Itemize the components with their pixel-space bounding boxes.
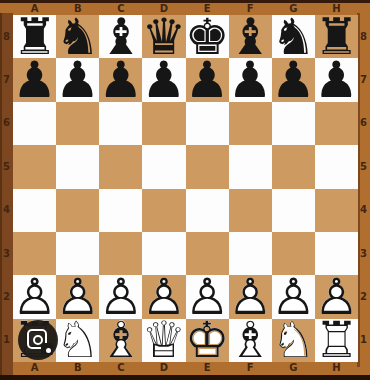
square-g5[interactable] — [272, 145, 315, 188]
square-e2[interactable]: ♟♙ — [186, 275, 229, 318]
rank-labels-left: 87654321 — [0, 15, 13, 362]
rank-label-4: 4 — [0, 189, 13, 232]
square-c6[interactable] — [99, 102, 142, 145]
file-label-f: F — [229, 361, 272, 374]
rank-label-2: 2 — [357, 275, 370, 318]
square-d1[interactable]: ♛♕ — [142, 319, 185, 362]
rank-label-6: 6 — [0, 102, 13, 145]
black-knight: ♞ — [272, 15, 315, 58]
square-g1[interactable]: ♞♘ — [272, 319, 315, 362]
file-label-d: D — [142, 361, 185, 374]
white-queen: ♛♕ — [142, 319, 185, 362]
square-c4[interactable] — [99, 189, 142, 232]
white-pawn: ♟♙ — [186, 275, 229, 318]
square-h8[interactable]: ♜ — [315, 15, 358, 58]
black-pawn: ♟ — [13, 58, 56, 101]
white-rook: ♜♖ — [315, 319, 358, 362]
square-a4[interactable] — [13, 189, 56, 232]
white-knight: ♞♘ — [56, 319, 99, 362]
square-e1[interactable]: ♚♔ — [186, 319, 229, 362]
rank-label-3: 3 — [357, 232, 370, 275]
file-label-e: E — [186, 361, 229, 374]
square-b3[interactable] — [56, 232, 99, 275]
file-label-h: H — [315, 361, 358, 374]
square-h7[interactable]: ♟ — [315, 58, 358, 101]
file-label-c: C — [99, 2, 142, 15]
square-b4[interactable] — [56, 189, 99, 232]
google-lens-button[interactable] — [18, 320, 58, 360]
square-c1[interactable]: ♝♗ — [99, 319, 142, 362]
rank-label-8: 8 — [0, 15, 13, 58]
white-knight: ♞♘ — [272, 319, 315, 362]
square-a2[interactable]: ♟♙ — [13, 275, 56, 318]
chessboard-screenshot: ABCDEFGH ABCDEFGH 87654321 87654321 ♜♞♝♛… — [0, 0, 370, 380]
black-bishop: ♝ — [99, 15, 142, 58]
rank-label-1: 1 — [357, 319, 370, 362]
square-f8[interactable]: ♝ — [229, 15, 272, 58]
file-label-b: B — [56, 361, 99, 374]
square-h5[interactable] — [315, 145, 358, 188]
square-d7[interactable]: ♟ — [142, 58, 185, 101]
white-pawn: ♟♙ — [315, 275, 358, 318]
file-label-a: A — [13, 2, 56, 15]
black-pawn: ♟ — [186, 58, 229, 101]
square-a6[interactable] — [13, 102, 56, 145]
square-e8[interactable]: ♚ — [186, 15, 229, 58]
square-b2[interactable]: ♟♙ — [56, 275, 99, 318]
rank-label-7: 7 — [357, 58, 370, 101]
square-f4[interactable] — [229, 189, 272, 232]
file-label-b: B — [56, 2, 99, 15]
square-c2[interactable]: ♟♙ — [99, 275, 142, 318]
square-c8[interactable]: ♝ — [99, 15, 142, 58]
file-label-f: F — [229, 2, 272, 15]
rank-label-8: 8 — [357, 15, 370, 58]
black-pawn: ♟ — [272, 58, 315, 101]
square-f6[interactable] — [229, 102, 272, 145]
file-labels-top: ABCDEFGH — [13, 2, 358, 15]
file-label-d: D — [142, 2, 185, 15]
file-label-a: A — [13, 361, 56, 374]
rank-label-3: 3 — [0, 232, 13, 275]
square-a7[interactable]: ♟ — [13, 58, 56, 101]
white-king: ♚♔ — [186, 319, 229, 362]
white-pawn: ♟♙ — [142, 275, 185, 318]
square-h3[interactable] — [315, 232, 358, 275]
image-edge-strip-bottom — [0, 375, 370, 380]
rank-label-1: 1 — [0, 319, 13, 362]
square-e6[interactable] — [186, 102, 229, 145]
square-f7[interactable]: ♟ — [229, 58, 272, 101]
square-b1[interactable]: ♞♘ — [56, 319, 99, 362]
white-pawn: ♟♙ — [99, 275, 142, 318]
chess-board: ♜♞♝♛♚♝♞♜♟♟♟♟♟♟♟♟♟♙♟♙♟♙♟♙♟♙♟♙♟♙♟♙♜♖♞♘♝♗♛♕… — [13, 15, 358, 362]
rank-label-4: 4 — [357, 189, 370, 232]
square-g7[interactable]: ♟ — [272, 58, 315, 101]
white-pawn: ♟♙ — [229, 275, 272, 318]
black-knight: ♞ — [56, 15, 99, 58]
square-a5[interactable] — [13, 145, 56, 188]
black-pawn: ♟ — [56, 58, 99, 101]
square-h1[interactable]: ♜♖ — [315, 319, 358, 362]
square-d3[interactable] — [142, 232, 185, 275]
black-pawn: ♟ — [142, 58, 185, 101]
lens-corner-dot-icon — [46, 348, 52, 354]
square-e3[interactable] — [186, 232, 229, 275]
square-e7[interactable]: ♟ — [186, 58, 229, 101]
file-label-h: H — [315, 2, 358, 15]
square-c5[interactable] — [99, 145, 142, 188]
file-labels-bottom: ABCDEFGH — [13, 361, 358, 374]
black-king: ♚ — [186, 15, 229, 58]
white-pawn: ♟♙ — [272, 275, 315, 318]
file-label-g: G — [272, 361, 315, 374]
file-label-e: E — [186, 2, 229, 15]
square-d6[interactable] — [142, 102, 185, 145]
file-label-g: G — [272, 2, 315, 15]
rank-label-6: 6 — [357, 102, 370, 145]
square-g6[interactable] — [272, 102, 315, 145]
white-bishop: ♝♗ — [99, 319, 142, 362]
square-c3[interactable] — [99, 232, 142, 275]
square-d4[interactable] — [142, 189, 185, 232]
square-d2[interactable]: ♟♙ — [142, 275, 185, 318]
black-rook: ♜ — [13, 15, 56, 58]
square-h2[interactable]: ♟♙ — [315, 275, 358, 318]
square-c7[interactable]: ♟ — [99, 58, 142, 101]
square-f1[interactable]: ♝♗ — [229, 319, 272, 362]
square-g8[interactable]: ♞ — [272, 15, 315, 58]
square-e5[interactable] — [186, 145, 229, 188]
square-b6[interactable] — [56, 102, 99, 145]
rank-label-5: 5 — [0, 145, 13, 188]
square-d5[interactable] — [142, 145, 185, 188]
square-h4[interactable] — [315, 189, 358, 232]
black-pawn: ♟ — [99, 58, 142, 101]
square-f5[interactable] — [229, 145, 272, 188]
rank-labels-right: 87654321 — [357, 15, 370, 362]
square-g3[interactable] — [272, 232, 315, 275]
square-b5[interactable] — [56, 145, 99, 188]
rank-label-5: 5 — [357, 145, 370, 188]
square-f3[interactable] — [229, 232, 272, 275]
square-h6[interactable] — [315, 102, 358, 145]
black-bishop: ♝ — [229, 15, 272, 58]
white-pawn: ♟♙ — [13, 275, 56, 318]
black-rook: ♜ — [315, 15, 358, 58]
black-pawn: ♟ — [315, 58, 358, 101]
black-queen: ♛ — [142, 15, 185, 58]
rank-label-2: 2 — [0, 275, 13, 318]
square-f2[interactable]: ♟♙ — [229, 275, 272, 318]
square-a3[interactable] — [13, 232, 56, 275]
lens-center-ring-icon — [33, 335, 43, 345]
square-b7[interactable]: ♟ — [56, 58, 99, 101]
square-b8[interactable]: ♞ — [56, 15, 99, 58]
black-pawn: ♟ — [229, 58, 272, 101]
white-pawn: ♟♙ — [56, 275, 99, 318]
file-label-c: C — [99, 361, 142, 374]
rank-label-7: 7 — [0, 58, 13, 101]
square-a8[interactable]: ♜ — [13, 15, 56, 58]
square-e4[interactable] — [186, 189, 229, 232]
square-g2[interactable]: ♟♙ — [272, 275, 315, 318]
square-d8[interactable]: ♛ — [142, 15, 185, 58]
white-bishop: ♝♗ — [229, 319, 272, 362]
square-g4[interactable] — [272, 189, 315, 232]
